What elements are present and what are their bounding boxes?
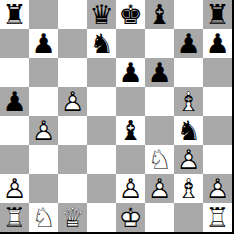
- black-knight: ♞: [87, 29, 116, 58]
- square-c2[interactable]: [58, 174, 87, 203]
- square-c7[interactable]: [58, 29, 87, 58]
- square-b2[interactable]: [29, 174, 58, 203]
- black-bishop: ♝: [116, 116, 145, 145]
- square-e3[interactable]: [116, 145, 145, 174]
- square-h6[interactable]: [203, 58, 232, 87]
- black-pawn: ♟: [116, 58, 145, 87]
- square-e6[interactable]: ♟: [116, 58, 145, 87]
- square-f7[interactable]: [145, 29, 174, 58]
- square-d3[interactable]: [87, 145, 116, 174]
- square-e8[interactable]: ♚: [116, 0, 145, 29]
- square-d8[interactable]: ♛: [87, 0, 116, 29]
- black-pawn: ♟: [0, 87, 29, 116]
- square-d4[interactable]: [87, 116, 116, 145]
- square-h5[interactable]: [203, 87, 232, 116]
- square-c5[interactable]: ♟♙: [58, 87, 87, 116]
- square-e2[interactable]: ♟♙: [116, 174, 145, 203]
- black-pawn: ♟: [29, 29, 58, 58]
- square-f6[interactable]: ♟: [145, 58, 174, 87]
- black-rook: ♜: [203, 0, 232, 29]
- white-pawn: ♙: [145, 174, 174, 203]
- square-a5[interactable]: ♟: [0, 87, 29, 116]
- square-c1[interactable]: ♛♕: [58, 203, 87, 232]
- chess-board: ♜♛♚♝♜♟♞♟♟♟♟♟♟♙♝♗♟♙♝♞♞♘♟♙♟♙♟♙♟♙♝♗♟♙♜♖♞♘♛♕…: [0, 0, 234, 234]
- square-a6[interactable]: [0, 58, 29, 87]
- square-h2[interactable]: ♟♙: [203, 174, 232, 203]
- square-d2[interactable]: [87, 174, 116, 203]
- square-h4[interactable]: [203, 116, 232, 145]
- square-c6[interactable]: [58, 58, 87, 87]
- square-b5[interactable]: [29, 87, 58, 116]
- square-a7[interactable]: [0, 29, 29, 58]
- white-pawn: ♙: [0, 174, 29, 203]
- white-knight: ♘: [145, 145, 174, 174]
- square-b7[interactable]: ♟: [29, 29, 58, 58]
- square-c4[interactable]: [58, 116, 87, 145]
- square-g4[interactable]: ♞: [174, 116, 203, 145]
- square-g8[interactable]: [174, 0, 203, 29]
- white-pawn: ♙: [174, 145, 203, 174]
- square-g2[interactable]: ♝♗: [174, 174, 203, 203]
- square-a2[interactable]: ♟♙: [0, 174, 29, 203]
- square-d1[interactable]: [87, 203, 116, 232]
- square-h8[interactable]: ♜: [203, 0, 232, 29]
- square-e4[interactable]: ♝: [116, 116, 145, 145]
- black-bishop: ♝: [145, 0, 174, 29]
- square-h3[interactable]: [203, 145, 232, 174]
- square-b6[interactable]: [29, 58, 58, 87]
- square-a3[interactable]: [0, 145, 29, 174]
- white-king: ♔: [116, 203, 145, 232]
- square-e5[interactable]: [116, 87, 145, 116]
- black-king: ♚: [116, 0, 145, 29]
- square-a8[interactable]: ♜: [0, 0, 29, 29]
- square-a1[interactable]: ♜♖: [0, 203, 29, 232]
- square-h7[interactable]: ♟: [203, 29, 232, 58]
- square-g1[interactable]: [174, 203, 203, 232]
- square-f8[interactable]: ♝: [145, 0, 174, 29]
- white-rook: ♖: [203, 203, 232, 232]
- black-pawn: ♟: [203, 29, 232, 58]
- square-h1[interactable]: ♜♖: [203, 203, 232, 232]
- square-g5[interactable]: ♝♗: [174, 87, 203, 116]
- square-e1[interactable]: ♚♔: [116, 203, 145, 232]
- black-queen: ♛: [87, 0, 116, 29]
- black-pawn: ♟: [174, 29, 203, 58]
- square-f4[interactable]: [145, 116, 174, 145]
- square-f3[interactable]: ♞♘: [145, 145, 174, 174]
- square-g7[interactable]: ♟: [174, 29, 203, 58]
- white-bishop: ♗: [174, 87, 203, 116]
- square-b1[interactable]: ♞♘: [29, 203, 58, 232]
- square-f5[interactable]: [145, 87, 174, 116]
- square-g3[interactable]: ♟♙: [174, 145, 203, 174]
- square-d5[interactable]: [87, 87, 116, 116]
- white-pawn: ♙: [203, 174, 232, 203]
- white-bishop: ♗: [174, 174, 203, 203]
- square-b8[interactable]: [29, 0, 58, 29]
- square-c3[interactable]: [58, 145, 87, 174]
- square-d7[interactable]: ♞: [87, 29, 116, 58]
- black-pawn: ♟: [145, 58, 174, 87]
- white-pawn: ♙: [116, 174, 145, 203]
- white-queen: ♕: [58, 203, 87, 232]
- black-knight: ♞: [174, 116, 203, 145]
- white-pawn: ♙: [29, 116, 58, 145]
- square-e7[interactable]: [116, 29, 145, 58]
- square-g6[interactable]: [174, 58, 203, 87]
- square-d6[interactable]: [87, 58, 116, 87]
- square-f2[interactable]: ♟♙: [145, 174, 174, 203]
- square-f1[interactable]: [145, 203, 174, 232]
- white-pawn: ♙: [58, 87, 87, 116]
- square-a4[interactable]: [0, 116, 29, 145]
- white-rook: ♖: [0, 203, 29, 232]
- square-b3[interactable]: [29, 145, 58, 174]
- black-rook: ♜: [0, 0, 29, 29]
- square-c8[interactable]: [58, 0, 87, 29]
- square-b4[interactable]: ♟♙: [29, 116, 58, 145]
- white-knight: ♘: [29, 203, 58, 232]
